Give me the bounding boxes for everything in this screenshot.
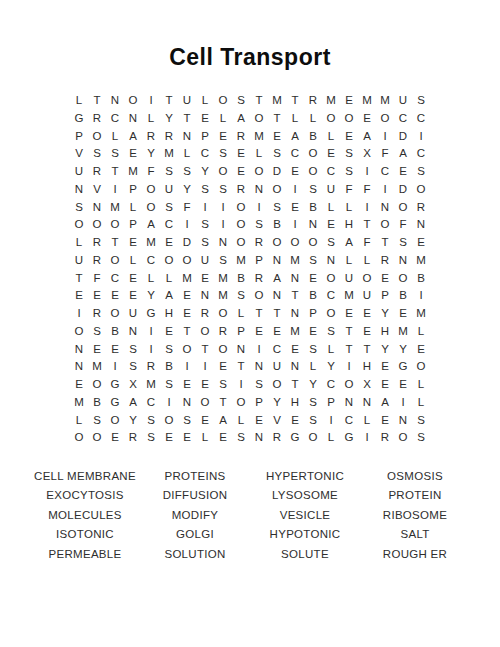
grid-cell: N bbox=[417, 219, 425, 231]
grid-cell: N bbox=[75, 361, 83, 373]
grid-cell: R bbox=[93, 308, 101, 320]
grid-cell: O bbox=[309, 166, 318, 178]
grid-cell: P bbox=[255, 397, 263, 409]
word-item: CELL MEMBRANE bbox=[34, 467, 136, 486]
grid-cell: E bbox=[219, 432, 227, 444]
puzzle-title: Cell Transport bbox=[0, 0, 500, 71]
grid-cell: I bbox=[383, 184, 386, 196]
grid-cell: E bbox=[111, 344, 119, 356]
grid-cell: D bbox=[183, 237, 191, 249]
grid-cell: S bbox=[93, 415, 101, 427]
grid-cell: Y bbox=[399, 344, 407, 356]
grid-cell: O bbox=[237, 397, 246, 409]
grid-cell: M bbox=[344, 290, 354, 302]
grid-cell: T bbox=[165, 95, 172, 107]
grid-cell: R bbox=[237, 131, 245, 143]
grid-cell: N bbox=[201, 290, 209, 302]
grid-cell: D bbox=[399, 131, 407, 143]
word-item: PROTEINS bbox=[164, 467, 225, 486]
grid-cell: O bbox=[183, 344, 192, 356]
grid-cell: S bbox=[165, 379, 173, 391]
grid-cell: G bbox=[111, 379, 120, 391]
grid-cell: S bbox=[93, 326, 101, 338]
grid-cell: N bbox=[255, 432, 263, 444]
grid-cell: R bbox=[129, 432, 137, 444]
grid-cell: L bbox=[328, 432, 334, 444]
grid-cell: A bbox=[381, 397, 389, 409]
grid-cell: R bbox=[147, 361, 155, 373]
word-item: LYSOSOME bbox=[272, 486, 338, 505]
grid-cell: O bbox=[93, 379, 102, 391]
grid-cell: S bbox=[273, 148, 281, 160]
grid-cell: H bbox=[345, 219, 353, 231]
grid-cell: I bbox=[239, 379, 242, 391]
grid-cell: I bbox=[221, 219, 224, 231]
grid-cell: T bbox=[291, 290, 298, 302]
grid-cell: I bbox=[203, 361, 206, 373]
grid-cell: O bbox=[363, 273, 372, 285]
grid-cell: E bbox=[183, 290, 191, 302]
grid-cell: Y bbox=[381, 308, 389, 320]
word-item: VESICLE bbox=[280, 506, 331, 525]
grid-cell: Y bbox=[183, 184, 191, 196]
grid-cell: O bbox=[219, 308, 228, 320]
grid-cell: P bbox=[237, 326, 245, 338]
grid-cell: E bbox=[345, 308, 353, 320]
grid-cell: O bbox=[201, 397, 210, 409]
grid-cell: L bbox=[166, 273, 172, 285]
grid-cell: L bbox=[76, 237, 82, 249]
grid-cell: E bbox=[327, 219, 335, 231]
grid-cell: L bbox=[112, 131, 118, 143]
grid-cell: F bbox=[183, 202, 190, 214]
grid-cell: O bbox=[327, 308, 336, 320]
grid-cell: E bbox=[201, 113, 209, 125]
grid-cell: E bbox=[255, 415, 263, 427]
grid-cell: I bbox=[383, 131, 386, 143]
word-item: PERMEABLE bbox=[48, 545, 121, 564]
grid-cell: R bbox=[255, 273, 263, 285]
grid-cell: I bbox=[185, 361, 188, 373]
grid-cell: B bbox=[417, 273, 425, 285]
grid-cell: C bbox=[327, 290, 335, 302]
grid-cell: O bbox=[399, 432, 408, 444]
grid-cell: L bbox=[76, 415, 82, 427]
grid-cell: I bbox=[329, 415, 332, 427]
grid-cell: O bbox=[165, 415, 174, 427]
grid-cell: S bbox=[237, 95, 245, 107]
grid-cell: S bbox=[183, 166, 191, 178]
grid-cell: A bbox=[273, 273, 281, 285]
grid-cell: M bbox=[74, 397, 84, 409]
word-item: EXOCYTOSIS bbox=[46, 486, 124, 505]
grid-cell: S bbox=[273, 202, 281, 214]
grid-cell: O bbox=[129, 95, 138, 107]
grid-cell: E bbox=[75, 379, 83, 391]
grid-cell: E bbox=[75, 290, 83, 302]
grid-cell: C bbox=[147, 397, 155, 409]
grid-cell: Y bbox=[165, 113, 173, 125]
grid-cell: L bbox=[418, 397, 424, 409]
grid-cell: Y bbox=[147, 148, 155, 160]
word-item: MOLECULES bbox=[48, 506, 122, 525]
grid-cell: C bbox=[399, 113, 407, 125]
grid-cell: T bbox=[345, 326, 352, 338]
grid-cell: L bbox=[256, 148, 262, 160]
grid-cell: C bbox=[381, 166, 389, 178]
grid-cell: E bbox=[111, 290, 119, 302]
grid-cell: O bbox=[381, 219, 390, 231]
grid-cell: O bbox=[345, 113, 354, 125]
grid-cell: A bbox=[399, 148, 407, 160]
grid-cell: O bbox=[381, 113, 390, 125]
grid-cell: M bbox=[128, 166, 138, 178]
grid-cell: M bbox=[146, 379, 156, 391]
grid-cell: R bbox=[237, 184, 245, 196]
grid-cell: B bbox=[165, 361, 173, 373]
grid-cell: X bbox=[363, 379, 371, 391]
grid-cell: L bbox=[418, 379, 424, 391]
grid-cell: A bbox=[345, 237, 353, 249]
grid-cell: M bbox=[416, 255, 426, 267]
grid-cell: B bbox=[309, 131, 317, 143]
grid-cell: C bbox=[327, 379, 335, 391]
grid-cell: N bbox=[93, 202, 101, 214]
grid-cell: E bbox=[327, 148, 335, 160]
grid-cell: O bbox=[309, 148, 318, 160]
grid-cell: L bbox=[310, 361, 316, 373]
grid-cell: C bbox=[111, 113, 119, 125]
word-list-column: OSMOSISPROTEINRIBOSOMESALTROUGH ER bbox=[360, 467, 470, 564]
grid-cell: O bbox=[345, 379, 354, 391]
grid-cell: E bbox=[345, 131, 353, 143]
grid-cell: E bbox=[129, 290, 137, 302]
grid-cell: T bbox=[75, 273, 82, 285]
grid-cell: N bbox=[291, 361, 299, 373]
grid-cell: P bbox=[381, 290, 389, 302]
grid-cell: G bbox=[75, 113, 84, 125]
grid-cell: O bbox=[309, 237, 318, 249]
grid-cell: E bbox=[417, 344, 425, 356]
word-item: SALT bbox=[400, 525, 429, 544]
grid-cell: M bbox=[380, 95, 390, 107]
word-item: RIBOSOME bbox=[383, 506, 447, 525]
grid-cell: D bbox=[399, 184, 407, 196]
grid-cell: E bbox=[255, 326, 263, 338]
grid-cell: T bbox=[273, 113, 280, 125]
grid-cell: S bbox=[219, 255, 227, 267]
grid-cell: O bbox=[327, 273, 336, 285]
grid-cell: C bbox=[417, 113, 425, 125]
grid-cell: E bbox=[201, 273, 209, 285]
grid-cell: T bbox=[111, 237, 118, 249]
grid-cell: E bbox=[291, 166, 299, 178]
grid-cell: L bbox=[220, 113, 226, 125]
grid-cell: O bbox=[147, 184, 156, 196]
grid-cell: A bbox=[129, 131, 137, 143]
grid-cell: S bbox=[309, 344, 317, 356]
grid-cell: C bbox=[111, 273, 119, 285]
grid-cell: Y bbox=[147, 290, 155, 302]
grid-cell: I bbox=[203, 202, 206, 214]
grid-cell: I bbox=[365, 166, 368, 178]
grid-cell: Y bbox=[381, 344, 389, 356]
grid-cell: O bbox=[165, 255, 174, 267]
grid-cell: N bbox=[363, 397, 371, 409]
grid-cell: O bbox=[111, 219, 120, 231]
grid-cell: T bbox=[273, 308, 280, 320]
grid-cell: L bbox=[418, 326, 424, 338]
grid-cell: N bbox=[129, 113, 137, 125]
grid-cell: L bbox=[148, 273, 154, 285]
grid-cell: F bbox=[147, 166, 154, 178]
grid-cell: U bbox=[363, 290, 371, 302]
grid-cell: U bbox=[201, 255, 209, 267]
grid-cell: P bbox=[309, 308, 317, 320]
grid-cell: R bbox=[201, 308, 209, 320]
grid-cell: O bbox=[417, 361, 426, 373]
grid-cell: I bbox=[149, 344, 152, 356]
grid-cell: R bbox=[147, 131, 155, 143]
grid-cell: X bbox=[129, 379, 137, 391]
grid-cell: G bbox=[399, 361, 408, 373]
grid-cell: O bbox=[201, 326, 210, 338]
grid-cell: L bbox=[202, 95, 208, 107]
grid-cell: A bbox=[363, 131, 371, 143]
grid-cell: S bbox=[255, 219, 263, 231]
grid-cell: N bbox=[381, 202, 389, 214]
grid-cell: S bbox=[111, 148, 119, 160]
grid-cell: L bbox=[328, 131, 334, 143]
grid-cell: O bbox=[219, 344, 228, 356]
grid-cell: H bbox=[363, 361, 371, 373]
word-item: SOLUTION bbox=[164, 545, 225, 564]
grid-cell: F bbox=[345, 184, 352, 196]
grid-cell: L bbox=[346, 255, 352, 267]
grid-cell: S bbox=[237, 290, 245, 302]
grid-cell: O bbox=[237, 237, 246, 249]
grid-cell: O bbox=[291, 237, 300, 249]
grid-cell: F bbox=[381, 148, 388, 160]
grid-cell: E bbox=[291, 415, 299, 427]
grid-cell: S bbox=[201, 219, 209, 231]
grid-cell: C bbox=[147, 255, 155, 267]
word-item: PROTEIN bbox=[388, 486, 441, 505]
grid-cell: O bbox=[237, 202, 246, 214]
grid-cell: O bbox=[93, 219, 102, 231]
word-item: ROUGH ER bbox=[383, 545, 447, 564]
grid-cell: O bbox=[255, 290, 264, 302]
grid-cell: E bbox=[201, 415, 209, 427]
grid-cell: O bbox=[93, 131, 102, 143]
grid-cell: N bbox=[309, 219, 317, 231]
grid-cell: A bbox=[165, 290, 173, 302]
grid-cell: N bbox=[273, 290, 281, 302]
grid-cell: N bbox=[399, 415, 407, 427]
grid-cell: N bbox=[237, 344, 245, 356]
grid-cell: E bbox=[93, 290, 101, 302]
grid-cell: R bbox=[93, 113, 101, 125]
grid-cell: B bbox=[273, 219, 281, 231]
grid-cell: T bbox=[183, 113, 190, 125]
grid-cell: H bbox=[291, 397, 299, 409]
grid-cell: E bbox=[363, 326, 371, 338]
grid-cell: T bbox=[219, 397, 226, 409]
grid-cell: U bbox=[327, 184, 335, 196]
grid-cell: O bbox=[255, 113, 264, 125]
grid-cell: E bbox=[165, 237, 173, 249]
grid-cell: E bbox=[273, 326, 281, 338]
grid-cell: X bbox=[363, 148, 371, 160]
grid-cell: I bbox=[365, 202, 368, 214]
grid-cell: V bbox=[273, 415, 281, 427]
grid-cell: M bbox=[92, 361, 102, 373]
grid-cell: N bbox=[111, 95, 119, 107]
grid-cell: L bbox=[346, 202, 352, 214]
word-item: HYPOTONIC bbox=[270, 525, 341, 544]
grid-cell: O bbox=[309, 432, 318, 444]
grid-cell: F bbox=[399, 219, 406, 231]
grid-cell: N bbox=[327, 255, 335, 267]
word-grid: LTNOITULOSTMTRMEMMUSGRCNLYTELAOTLLOOEOCC… bbox=[70, 92, 430, 447]
grid-cell: G bbox=[147, 308, 156, 320]
word-item: HYPERTONIC bbox=[266, 467, 344, 486]
grid-cell: S bbox=[147, 432, 155, 444]
grid-cell: F bbox=[363, 237, 370, 249]
grid-cell: O bbox=[417, 184, 426, 196]
grid-cell: L bbox=[130, 255, 136, 267]
grid-cell: E bbox=[399, 166, 407, 178]
grid-cell: H bbox=[381, 326, 389, 338]
grid-cell: L bbox=[76, 95, 82, 107]
grid-cell: I bbox=[257, 344, 260, 356]
grid-cell: M bbox=[416, 308, 426, 320]
grid-cell: S bbox=[345, 148, 353, 160]
grid-cell: P bbox=[129, 219, 137, 231]
grid-cell: M bbox=[164, 148, 174, 160]
grid-cell: L bbox=[130, 202, 136, 214]
grid-cell: M bbox=[398, 326, 408, 338]
grid-cell: R bbox=[93, 166, 101, 178]
grid-cell: C bbox=[291, 148, 299, 160]
grid-cell: E bbox=[399, 379, 407, 391]
grid-cell: L bbox=[148, 113, 154, 125]
grid-cell: L bbox=[364, 255, 370, 267]
grid-cell: L bbox=[238, 415, 244, 427]
grid-cell: A bbox=[291, 131, 299, 143]
grid-cell: Y bbox=[309, 379, 317, 391]
grid-cell: N bbox=[273, 255, 281, 267]
word-item: GOLGI bbox=[176, 525, 214, 544]
grid-cell: S bbox=[399, 237, 407, 249]
grid-cell: P bbox=[201, 131, 209, 143]
grid-cell: T bbox=[183, 326, 190, 338]
grid-cell: R bbox=[165, 131, 173, 143]
grid-cell: T bbox=[93, 95, 100, 107]
grid-cell: T bbox=[345, 344, 352, 356]
grid-cell: O bbox=[111, 415, 120, 427]
grid-cell: A bbox=[219, 415, 227, 427]
grid-cell: S bbox=[309, 184, 317, 196]
grid-cell: E bbox=[381, 361, 389, 373]
grid-cell: C bbox=[273, 344, 281, 356]
grid-cell: L bbox=[364, 415, 370, 427]
grid-cell: E bbox=[363, 113, 371, 125]
grid-cell: T bbox=[237, 361, 244, 373]
grid-cell: S bbox=[147, 415, 155, 427]
grid-cell: N bbox=[399, 255, 407, 267]
grid-cell: O bbox=[399, 273, 408, 285]
grid-cell: M bbox=[290, 255, 300, 267]
word-item: SOLUTE bbox=[281, 545, 329, 564]
grid-cell: U bbox=[75, 255, 83, 267]
grid-cell: T bbox=[363, 219, 370, 231]
grid-cell: I bbox=[347, 361, 350, 373]
grid-cell: S bbox=[129, 361, 137, 373]
grid-cell: D bbox=[273, 166, 281, 178]
grid-cell: E bbox=[165, 432, 173, 444]
grid-cell: I bbox=[365, 432, 368, 444]
grid-cell: N bbox=[129, 326, 137, 338]
grid-cell: U bbox=[75, 166, 83, 178]
grid-cell: M bbox=[182, 273, 192, 285]
grid-cell: R bbox=[381, 255, 389, 267]
grid-cell: E bbox=[201, 379, 209, 391]
grid-cell: O bbox=[273, 237, 282, 249]
grid-cell: E bbox=[381, 273, 389, 285]
grid-cell: M bbox=[146, 237, 156, 249]
grid-cell: S bbox=[417, 95, 425, 107]
grid-cell: O bbox=[147, 202, 156, 214]
grid-cell: S bbox=[327, 326, 335, 338]
grid-cell: O bbox=[273, 184, 282, 196]
grid-cell: N bbox=[291, 273, 299, 285]
grid-cell: E bbox=[309, 273, 317, 285]
grid-cell: I bbox=[167, 397, 170, 409]
grid-cell: E bbox=[309, 326, 317, 338]
grid-cell: E bbox=[165, 326, 173, 338]
grid-cell: R bbox=[93, 237, 101, 249]
word-list-column: HYPERTONICLYSOSOMEVESICLEHYPOTONICSOLUTE bbox=[250, 467, 360, 564]
grid-cell: E bbox=[381, 379, 389, 391]
grid-cell: N bbox=[291, 308, 299, 320]
grid-cell: C bbox=[201, 148, 209, 160]
grid-cell: L bbox=[184, 148, 190, 160]
grid-cell: S bbox=[345, 166, 353, 178]
grid-cell: S bbox=[183, 415, 191, 427]
grid-cell: E bbox=[129, 273, 137, 285]
grid-cell: U bbox=[399, 95, 407, 107]
grid-cell: N bbox=[219, 237, 227, 249]
grid-cell: F bbox=[93, 273, 100, 285]
grid-cell: N bbox=[255, 184, 263, 196]
grid-cell: R bbox=[255, 237, 263, 249]
grid-cell: P bbox=[129, 184, 137, 196]
word-item: ISOTONIC bbox=[56, 525, 114, 544]
grid-cell: O bbox=[75, 219, 84, 231]
grid-cell: G bbox=[291, 432, 300, 444]
grid-cell: I bbox=[293, 184, 296, 196]
grid-cell: S bbox=[309, 415, 317, 427]
grid-cell: I bbox=[113, 361, 116, 373]
grid-cell: G bbox=[111, 397, 120, 409]
grid-cell: O bbox=[255, 166, 264, 178]
grid-cell: S bbox=[309, 397, 317, 409]
grid-cell: E bbox=[93, 344, 101, 356]
grid-cell: I bbox=[221, 202, 224, 214]
grid-cell: I bbox=[149, 326, 152, 338]
grid-cell: I bbox=[419, 290, 422, 302]
